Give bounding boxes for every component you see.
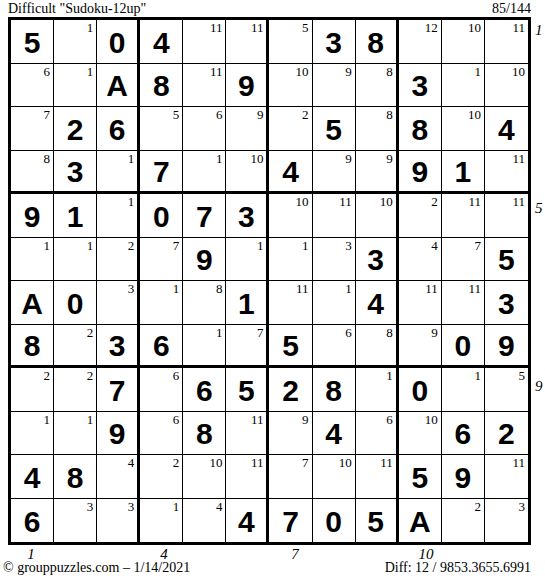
cell-r9c10[interactable]: 0 — [399, 368, 442, 412]
given-value: 6 — [196, 376, 213, 406]
cell-r12c5[interactable]: 4 — [183, 499, 226, 543]
cell-r12c1[interactable]: 6 — [11, 499, 54, 543]
cell-r1c12[interactable]: 11 — [485, 20, 528, 64]
puzzle-title: Difficult "Sudoku-12up" — [8, 1, 146, 17]
cell-r11c5[interactable]: 10 — [183, 455, 226, 499]
clue-number: 3 — [87, 499, 94, 514]
clue-number: 2 — [474, 499, 481, 514]
given-value: A — [21, 289, 43, 319]
clue-number: 9 — [345, 151, 352, 166]
clue-number: 1 — [128, 151, 135, 166]
cell-r5c5[interactable]: 7 — [183, 194, 226, 238]
clue-number: 1 — [44, 238, 51, 253]
clue-number: 6 — [44, 64, 51, 79]
cell-r2c4[interactable]: 8 — [140, 64, 183, 108]
clue-number: 11 — [251, 412, 264, 427]
given-value: 0 — [153, 202, 170, 232]
cell-r12c7[interactable]: 7 — [269, 499, 312, 543]
clue-number: 9 — [386, 151, 393, 166]
clue-number: 2 — [44, 368, 51, 383]
clue-number: 11 — [296, 281, 309, 296]
clue-number: 11 — [210, 20, 223, 35]
clue-number: 2 — [431, 194, 438, 209]
cell-r6c3[interactable]: 2 — [97, 238, 140, 282]
clue-number: 10 — [339, 455, 352, 470]
cell-r10c8[interactable]: 4 — [313, 412, 356, 456]
cell-r2c3[interactable]: A — [97, 64, 140, 108]
given-value: 5 — [498, 245, 515, 275]
clue-number: 8 — [216, 281, 223, 296]
difficulty-rating: Diff: 12 / 9853.3655.6991 — [385, 560, 531, 576]
given-value: 4 — [238, 507, 255, 537]
given-value: 2 — [67, 115, 84, 145]
cell-r4c9[interactable]: 9 — [356, 151, 399, 195]
clue-number: 7 — [474, 238, 481, 253]
cell-r6c8[interactable]: 3 — [313, 238, 356, 282]
cell-r4c7[interactable]: 4 — [269, 151, 312, 195]
cell-r7c8[interactable]: 1 — [313, 281, 356, 325]
cell-r10c4[interactable]: 6 — [140, 412, 183, 456]
cell-r10c11[interactable]: 6 — [442, 412, 485, 456]
given-value: 1 — [238, 289, 255, 319]
cell-r9c1[interactable]: 2 — [11, 368, 54, 412]
cell-r12c2[interactable]: 3 — [54, 499, 97, 543]
cell-r9c6[interactable]: 5 — [226, 368, 269, 412]
clue-number: 11 — [339, 194, 352, 209]
given-value: 4 — [153, 28, 170, 58]
cell-r7c6[interactable]: 1 — [226, 281, 269, 325]
cell-r12c12[interactable]: 3 — [485, 499, 528, 543]
cell-r8c7[interactable]: 5 — [269, 325, 312, 369]
clue-number: 3 — [128, 281, 135, 296]
cell-r2c5[interactable]: 11 — [183, 64, 226, 108]
cell-r4c2[interactable]: 3 — [54, 151, 97, 195]
clue-number: 7 — [173, 238, 180, 253]
cell-r3c4[interactable]: 5 — [140, 107, 183, 151]
puzzle-page: Difficult "Sudoku-12up" 85/144 510411115… — [0, 0, 545, 578]
cell-r7c3[interactable]: 3 — [97, 281, 140, 325]
cell-r11c1[interactable]: 4 — [11, 455, 54, 499]
cell-r1c4[interactable]: 4 — [140, 20, 183, 64]
cell-r7c5[interactable]: 8 — [183, 281, 226, 325]
cell-r2c12[interactable]: 10 — [485, 64, 528, 108]
row-label-1: 1 — [535, 22, 545, 39]
cell-r3c2[interactable]: 2 — [54, 107, 97, 151]
clue-number: 6 — [173, 412, 180, 427]
clue-number: 10 — [512, 64, 525, 79]
clue-number: 4 — [431, 238, 438, 253]
clue-number: 5 — [173, 107, 180, 122]
clue-number: 11 — [468, 281, 481, 296]
cell-r6c6[interactable]: 1 — [226, 238, 269, 282]
cell-r8c1[interactable]: 8 — [11, 325, 54, 369]
cell-r8c12[interactable]: 9 — [485, 325, 528, 369]
given-value: 0 — [411, 376, 428, 406]
clue-number: 8 — [386, 107, 393, 122]
clue-number: 11 — [512, 455, 525, 470]
cell-r10c5[interactable]: 8 — [183, 412, 226, 456]
clue-number: 10 — [380, 194, 393, 209]
clue-number: 11 — [251, 20, 264, 35]
cell-r12c9[interactable]: 5 — [356, 499, 399, 543]
clue-number: 2 — [87, 368, 94, 383]
cell-r12c6[interactable]: 4 — [226, 499, 269, 543]
cell-r1c2[interactable]: 1 — [54, 20, 97, 64]
cell-r2c8[interactable]: 9 — [313, 64, 356, 108]
given-value: 1 — [455, 157, 472, 187]
given-value: 8 — [411, 115, 428, 145]
cell-r4c4[interactable]: 7 — [140, 151, 183, 195]
given-value: 4 — [282, 157, 299, 187]
given-value: 9 — [238, 71, 255, 101]
cell-r9c8[interactable]: 8 — [313, 368, 356, 412]
given-value: 8 — [24, 331, 41, 361]
clue-number: 2 — [87, 325, 94, 340]
cell-r10c12[interactable]: 2 — [485, 412, 528, 456]
cell-r11c3[interactable]: 4 — [97, 455, 140, 499]
cell-r10c6[interactable]: 11 — [226, 412, 269, 456]
cell-r8c8[interactable]: 6 — [313, 325, 356, 369]
cell-r2c2[interactable]: 1 — [54, 64, 97, 108]
cell-r4c11[interactable]: 1 — [442, 151, 485, 195]
clue-number: 12 — [425, 20, 438, 35]
given-value: 3 — [325, 28, 342, 58]
given-value: 9 — [24, 202, 41, 232]
cell-r3c12[interactable]: 4 — [485, 107, 528, 151]
clue-number: 3 — [345, 238, 352, 253]
clue-number: 9 — [302, 412, 309, 427]
cell-r1c9[interactable]: 8 — [356, 20, 399, 64]
cell-r2c7[interactable]: 10 — [269, 64, 312, 108]
clue-number: 6 — [216, 107, 223, 122]
given-value: 8 — [196, 419, 213, 449]
cell-r11c9[interactable]: 11 — [356, 455, 399, 499]
given-value: 4 — [325, 419, 342, 449]
clue-number: 1 — [173, 499, 180, 514]
cell-r11c2[interactable]: 8 — [54, 455, 97, 499]
clue-number: 10 — [250, 151, 263, 166]
cell-r5c6[interactable]: 3 — [226, 194, 269, 238]
cell-r10c7[interactable]: 9 — [269, 412, 312, 456]
given-value: 8 — [325, 376, 342, 406]
given-value: 5 — [367, 507, 384, 537]
clue-number: 8 — [386, 325, 393, 340]
clue-number: 10 — [468, 107, 481, 122]
cell-r4c6[interactable]: 10 — [226, 151, 269, 195]
given-value: 2 — [282, 376, 299, 406]
given-value: 0 — [455, 331, 472, 361]
clue-number: 11 — [468, 194, 481, 209]
clue-number: 2 — [302, 107, 309, 122]
cell-r11c7[interactable]: 7 — [269, 455, 312, 499]
cell-r1c6[interactable]: 11 — [226, 20, 269, 64]
cell-r11c10[interactable]: 5 — [399, 455, 442, 499]
clue-number: 3 — [518, 499, 525, 514]
cell-r3c9[interactable]: 8 — [356, 107, 399, 151]
cell-r9c3[interactable]: 7 — [97, 368, 140, 412]
given-value: 5 — [238, 376, 255, 406]
cell-r10c10[interactable]: 10 — [399, 412, 442, 456]
clue-number: 1 — [345, 281, 352, 296]
clue-number: 2 — [128, 238, 135, 253]
progress-counter: 85/144 — [492, 1, 531, 17]
clue-number: 11 — [380, 455, 393, 470]
given-value: 1 — [67, 202, 84, 232]
cell-r4c3[interactable]: 1 — [97, 151, 140, 195]
cell-r6c4[interactable]: 7 — [140, 238, 183, 282]
cell-r12c4[interactable]: 1 — [140, 499, 183, 543]
cell-r12c8[interactable]: 0 — [313, 499, 356, 543]
cell-r7c11[interactable]: 11 — [442, 281, 485, 325]
cell-r4c8[interactable]: 9 — [313, 151, 356, 195]
given-value: 9 — [411, 157, 428, 187]
cell-r11c8[interactable]: 10 — [313, 455, 356, 499]
clue-number: 1 — [87, 412, 94, 427]
clue-number: 9 — [345, 64, 352, 79]
clue-number: 4 — [216, 499, 223, 514]
cell-r6c12[interactable]: 5 — [485, 238, 528, 282]
clue-number: 8 — [44, 151, 51, 166]
given-value: 7 — [282, 507, 299, 537]
cell-r6c1[interactable]: 1 — [11, 238, 54, 282]
given-value: 6 — [455, 419, 472, 449]
given-value: 4 — [24, 463, 41, 493]
cell-r1c5[interactable]: 11 — [183, 20, 226, 64]
given-value: 3 — [67, 157, 84, 187]
cell-r9c11[interactable]: 1 — [442, 368, 485, 412]
given-value: 3 — [238, 202, 255, 232]
cell-r8c11[interactable]: 0 — [442, 325, 485, 369]
cell-r3c3[interactable]: 6 — [97, 107, 140, 151]
clue-number: 6 — [386, 412, 393, 427]
cell-r3c6[interactable]: 9 — [226, 107, 269, 151]
cell-r7c1[interactable]: A — [11, 281, 54, 325]
row-label-5: 5 — [535, 200, 545, 217]
given-value: 9 — [455, 463, 472, 493]
cell-r1c8[interactable]: 3 — [313, 20, 356, 64]
clue-number: 11 — [251, 455, 264, 470]
clue-number: 1 — [474, 368, 481, 383]
clue-number: 7 — [302, 455, 309, 470]
cell-r4c12[interactable]: 11 — [485, 151, 528, 195]
given-value: 6 — [109, 115, 126, 145]
given-value: 6 — [24, 507, 41, 537]
cell-r8c3[interactable]: 3 — [97, 325, 140, 369]
given-value: 9 — [498, 331, 515, 361]
sudoku-board: 5104111153812101161A81191098311072656925… — [8, 17, 531, 545]
clue-number: 1 — [173, 281, 180, 296]
clue-number: 1 — [87, 238, 94, 253]
cell-r10c3[interactable]: 9 — [97, 412, 140, 456]
clue-number: 5 — [302, 20, 309, 35]
clue-number: 1 — [302, 238, 309, 253]
clue-number: 4 — [128, 455, 135, 470]
given-value: 0 — [325, 507, 342, 537]
cell-r2c9[interactable]: 8 — [356, 64, 399, 108]
given-value: 9 — [196, 245, 213, 275]
cell-r11c12[interactable]: 11 — [485, 455, 528, 499]
cell-r1c1[interactable]: 5 — [11, 20, 54, 64]
clue-number: 10 — [425, 412, 438, 427]
cell-r9c2[interactable]: 2 — [54, 368, 97, 412]
cell-r11c11[interactable]: 9 — [442, 455, 485, 499]
clue-number: 1 — [44, 412, 51, 427]
cell-r2c10[interactable]: 3 — [399, 64, 442, 108]
cell-r6c10[interactable]: 4 — [399, 238, 442, 282]
given-value: 0 — [109, 28, 126, 58]
cell-r5c1[interactable]: 9 — [11, 194, 54, 238]
cell-r11c4[interactable]: 2 — [140, 455, 183, 499]
cell-r5c12[interactable]: 11 — [485, 194, 528, 238]
cell-r5c9[interactable]: 10 — [356, 194, 399, 238]
clue-number: 1 — [257, 238, 264, 253]
cell-r7c10[interactable]: 11 — [399, 281, 442, 325]
cell-r9c7[interactable]: 2 — [269, 368, 312, 412]
clue-number: 11 — [512, 20, 525, 35]
cell-r7c4[interactable]: 1 — [140, 281, 183, 325]
clue-number: 10 — [296, 194, 309, 209]
clue-number: 1 — [87, 64, 94, 79]
clue-number: 11 — [512, 194, 525, 209]
cell-r3c1[interactable]: 7 — [11, 107, 54, 151]
clue-number: 1 — [216, 325, 223, 340]
given-value: A — [409, 507, 431, 537]
cell-r4c5[interactable]: 1 — [183, 151, 226, 195]
cell-r12c11[interactable]: 2 — [442, 499, 485, 543]
cell-r11c6[interactable]: 11 — [226, 455, 269, 499]
given-value: 4 — [367, 289, 384, 319]
clue-number: 2 — [173, 455, 180, 470]
given-value: 8 — [153, 71, 170, 101]
cell-r2c1[interactable]: 6 — [11, 64, 54, 108]
cell-r5c4[interactable]: 0 — [140, 194, 183, 238]
given-value: 7 — [196, 202, 213, 232]
col-label-7: 7 — [283, 546, 307, 563]
cell-r5c7[interactable]: 10 — [269, 194, 312, 238]
cell-r10c9[interactable]: 6 — [356, 412, 399, 456]
cell-r9c12[interactable]: 5 — [485, 368, 528, 412]
clue-number: 10 — [468, 20, 481, 35]
given-value: 5 — [325, 115, 342, 145]
given-value: 7 — [109, 376, 126, 406]
clue-number: 9 — [431, 325, 438, 340]
given-value: 5 — [411, 463, 428, 493]
given-value: 3 — [367, 245, 384, 275]
clue-number: 7 — [257, 325, 264, 340]
cell-r1c3[interactable]: 0 — [97, 20, 140, 64]
clue-number: 8 — [386, 64, 393, 79]
cell-r5c3[interactable]: 1 — [97, 194, 140, 238]
clue-number: 11 — [210, 64, 223, 79]
cell-r5c10[interactable]: 2 — [399, 194, 442, 238]
cell-r7c2[interactable]: 0 — [54, 281, 97, 325]
cell-r5c8[interactable]: 11 — [313, 194, 356, 238]
cell-r4c1[interactable]: 8 — [11, 151, 54, 195]
clue-number: 1 — [474, 64, 481, 79]
cell-r8c6[interactable]: 7 — [226, 325, 269, 369]
clue-number: 5 — [518, 368, 525, 383]
clue-number: 11 — [425, 281, 438, 296]
cell-r6c5[interactable]: 9 — [183, 238, 226, 282]
given-value: 3 — [109, 331, 126, 361]
given-value: 4 — [498, 115, 515, 145]
cell-r2c11[interactable]: 1 — [442, 64, 485, 108]
given-value: 6 — [153, 331, 170, 361]
clue-number: 3 — [128, 499, 135, 514]
cell-r3c5[interactable]: 6 — [183, 107, 226, 151]
cell-r10c1[interactable]: 1 — [11, 412, 54, 456]
cell-r8c10[interactable]: 9 — [399, 325, 442, 369]
clue-number: 1 — [386, 368, 393, 383]
clue-number: 7 — [44, 107, 51, 122]
given-value: 5 — [282, 331, 299, 361]
given-value: 5 — [24, 28, 41, 58]
clue-number: 1 — [87, 20, 94, 35]
clue-number: 1 — [128, 194, 135, 209]
cell-r6c7[interactable]: 1 — [269, 238, 312, 282]
cell-r7c9[interactable]: 4 — [356, 281, 399, 325]
cell-r4c10[interactable]: 9 — [399, 151, 442, 195]
cell-r1c7[interactable]: 5 — [269, 20, 312, 64]
cell-r8c4[interactable]: 6 — [140, 325, 183, 369]
cell-r6c9[interactable]: 3 — [356, 238, 399, 282]
given-value: 0 — [67, 289, 84, 319]
cell-r5c11[interactable]: 11 — [442, 194, 485, 238]
cell-r3c11[interactable]: 10 — [442, 107, 485, 151]
cell-r1c10[interactable]: 12 — [399, 20, 442, 64]
cell-r3c10[interactable]: 8 — [399, 107, 442, 151]
cell-r3c7[interactable]: 2 — [269, 107, 312, 151]
given-value: 3 — [498, 289, 515, 319]
cell-r1c11[interactable]: 10 — [442, 20, 485, 64]
cell-r9c4[interactable]: 6 — [140, 368, 183, 412]
clue-number: 6 — [345, 325, 352, 340]
given-value: 8 — [367, 28, 384, 58]
clue-number: 10 — [209, 455, 222, 470]
cell-r7c12[interactable]: 3 — [485, 281, 528, 325]
cell-r9c9[interactable]: 1 — [356, 368, 399, 412]
cell-r7c7[interactable]: 11 — [269, 281, 312, 325]
cell-r12c10[interactable]: A — [399, 499, 442, 543]
clue-number: 10 — [296, 64, 309, 79]
given-value: A — [106, 71, 128, 101]
cell-r10c2[interactable]: 1 — [54, 412, 97, 456]
clue-number: 9 — [257, 107, 264, 122]
cell-r5c2[interactable]: 1 — [54, 194, 97, 238]
cell-r9c5[interactable]: 6 — [183, 368, 226, 412]
cell-r8c2[interactable]: 2 — [54, 325, 97, 369]
given-value: 7 — [153, 157, 170, 187]
cell-r3c8[interactable]: 5 — [313, 107, 356, 151]
given-value: 3 — [411, 71, 428, 101]
given-value: 9 — [109, 419, 126, 449]
given-value: 8 — [67, 463, 84, 493]
cell-r6c2[interactable]: 1 — [54, 238, 97, 282]
copyright-credit: © grouppuzzles.com – 1/14/2021 — [3, 560, 190, 576]
cell-r2c6[interactable]: 9 — [226, 64, 269, 108]
cell-r8c5[interactable]: 1 — [183, 325, 226, 369]
cell-r6c11[interactable]: 7 — [442, 238, 485, 282]
clue-number: 11 — [512, 151, 525, 166]
clue-number: 6 — [173, 368, 180, 383]
given-value: 2 — [498, 419, 515, 449]
row-label-9: 9 — [535, 378, 545, 395]
cell-r8c9[interactable]: 8 — [356, 325, 399, 369]
cell-r12c3[interactable]: 3 — [97, 499, 140, 543]
clue-number: 1 — [216, 151, 223, 166]
